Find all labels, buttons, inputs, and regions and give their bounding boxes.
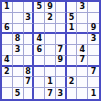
cell-r1c1[interactable]: 1 (2, 2, 13, 13)
cell-r7c9[interactable]: 7 (88, 67, 99, 78)
cell-r8c7[interactable]: 2 (67, 77, 78, 88)
cell-r9c5[interactable]: 7 (45, 88, 56, 99)
cell-r7c7[interactable] (67, 67, 78, 78)
cell-r5c5[interactable] (45, 45, 56, 56)
cell-r6c9[interactable] (88, 56, 99, 67)
cell-r5c2[interactable]: 3 (13, 45, 24, 56)
cell-r1c5[interactable]: 9 (45, 2, 56, 13)
cell-r4c2[interactable]: 8 (13, 34, 24, 45)
cell-r6c8[interactable]: 7 (77, 56, 88, 67)
cell-r4c4[interactable]: 4 (34, 34, 45, 45)
cell-r9c1[interactable] (2, 88, 13, 99)
cell-r9c3[interactable] (24, 88, 35, 99)
cell-r9c8[interactable] (77, 88, 88, 99)
cell-r3c3[interactable] (24, 24, 35, 35)
cell-r5c6[interactable]: 7 (56, 45, 67, 56)
cell-r6c5[interactable] (45, 56, 56, 67)
cell-r3c9[interactable]: 9 (88, 24, 99, 35)
cell-r5c7[interactable] (67, 45, 78, 56)
cell-r2c6[interactable] (56, 13, 67, 24)
cell-r2c2[interactable] (13, 13, 24, 24)
cell-r1c7[interactable] (67, 2, 78, 13)
cell-r7c8[interactable] (77, 67, 88, 78)
cell-r2c5[interactable]: 2 (45, 13, 56, 24)
cell-r8c9[interactable] (88, 77, 99, 88)
cell-r8c8[interactable] (77, 77, 88, 88)
cell-r2c4[interactable] (34, 13, 45, 24)
cell-r7c1[interactable]: 2 (2, 67, 13, 78)
cell-r7c2[interactable] (13, 67, 24, 78)
cell-r3c2[interactable] (13, 24, 24, 35)
cell-r9c6[interactable]: 3 (56, 88, 67, 99)
cell-r4c9[interactable]: 3 (88, 34, 99, 45)
cell-r6c1[interactable]: 4 (2, 56, 13, 67)
cell-r1c8[interactable]: 3 (77, 2, 88, 13)
cell-r3c7[interactable]: 1 (67, 24, 78, 35)
cell-r1c4[interactable]: 5 (34, 2, 45, 13)
cell-r9c2[interactable]: 5 (13, 88, 24, 99)
sudoku-board: 159332561984336744972877125731 (0, 0, 101, 101)
cell-r5c3[interactable] (24, 45, 35, 56)
cell-r7c4[interactable] (34, 67, 45, 78)
cell-r9c7[interactable] (67, 88, 78, 99)
cell-r2c1[interactable] (2, 13, 13, 24)
cell-r4c8[interactable] (77, 34, 88, 45)
cell-r3c4[interactable] (34, 24, 45, 35)
cell-r2c7[interactable]: 5 (67, 13, 78, 24)
cell-r8c6[interactable] (56, 77, 67, 88)
cell-r6c2[interactable] (13, 56, 24, 67)
cell-r5c9[interactable] (88, 45, 99, 56)
cell-r2c8[interactable] (77, 13, 88, 24)
cell-r7c5[interactable] (45, 67, 56, 78)
cell-r6c6[interactable]: 9 (56, 56, 67, 67)
cell-r5c4[interactable]: 6 (34, 45, 45, 56)
cell-r2c9[interactable] (88, 13, 99, 24)
cell-r4c1[interactable] (2, 34, 13, 45)
cell-r3c1[interactable]: 6 (2, 24, 13, 35)
cell-r6c4[interactable] (34, 56, 45, 67)
cell-r8c4[interactable] (34, 77, 45, 88)
cell-r1c6[interactable] (56, 2, 67, 13)
cell-r1c9[interactable] (88, 2, 99, 13)
cell-r4c3[interactable] (24, 34, 35, 45)
cell-r3c8[interactable] (77, 24, 88, 35)
cell-r6c7[interactable] (67, 56, 78, 67)
cell-r4c5[interactable] (45, 34, 56, 45)
cell-r9c9[interactable]: 1 (88, 88, 99, 99)
cell-r4c7[interactable] (67, 34, 78, 45)
cell-r8c5[interactable]: 1 (45, 77, 56, 88)
cell-r8c3[interactable]: 7 (24, 77, 35, 88)
cell-r6c3[interactable] (24, 56, 35, 67)
cell-r8c2[interactable] (13, 77, 24, 88)
cell-r7c6[interactable] (56, 67, 67, 78)
cell-r3c5[interactable] (45, 24, 56, 35)
cell-r1c2[interactable] (13, 2, 24, 13)
cell-r3c6[interactable] (56, 24, 67, 35)
cell-r5c1[interactable] (2, 45, 13, 56)
cell-r5c8[interactable]: 4 (77, 45, 88, 56)
cell-r8c1[interactable] (2, 77, 13, 88)
cell-r1c3[interactable] (24, 2, 35, 13)
cell-r2c3[interactable]: 3 (24, 13, 35, 24)
cell-r7c3[interactable]: 8 (24, 67, 35, 78)
cell-r4c6[interactable] (56, 34, 67, 45)
cell-r9c4[interactable] (34, 88, 45, 99)
